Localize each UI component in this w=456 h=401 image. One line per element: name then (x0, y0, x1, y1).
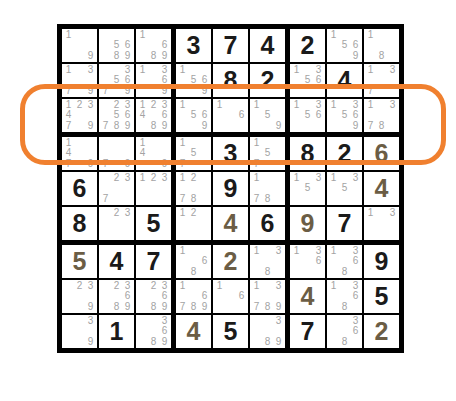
candidate-digit: 1 (177, 246, 188, 256)
candidates: 389 (251, 316, 284, 347)
candidate-digit: 9 (122, 302, 133, 312)
cell-r9c1[interactable]: 39 (62, 315, 99, 348)
cell-r6c2[interactable]: 23 (99, 207, 136, 245)
given-digit: 9 (364, 245, 399, 278)
candidate-digit: 1 (328, 30, 339, 40)
cell-r9c9[interactable]: 2 (364, 315, 399, 348)
candidates: 23689 (137, 281, 170, 312)
candidate-digit: 7 (177, 302, 188, 312)
candidate-digit: 3 (85, 65, 96, 75)
candidate-digit: 9 (199, 302, 210, 312)
candidates: 136 (291, 246, 324, 277)
given-digit: 1 (99, 315, 134, 348)
candidate-digit: 9 (85, 337, 96, 347)
cell-r1c7[interactable]: 2 (290, 29, 327, 64)
cell-r5c1[interactable]: 6 (62, 172, 99, 207)
candidate-digit: 7 (251, 302, 262, 312)
cell-r9c8[interactable]: 368 (327, 315, 364, 348)
given-digit: 7 (290, 315, 325, 348)
cell-r1c5[interactable]: 7 (213, 29, 250, 64)
candidate-digit: 3 (273, 246, 284, 256)
cell-r7c5[interactable]: 2 (213, 245, 250, 280)
candidate-digit: 8 (111, 51, 122, 61)
candidate-digit: 9 (350, 51, 361, 61)
candidate-digit: 8 (188, 267, 199, 277)
candidate-digit: 1 (177, 65, 188, 75)
candidate-digit: 8 (339, 267, 350, 277)
candidates: 178 (251, 173, 284, 204)
cell-r5c9[interactable]: 4 (364, 172, 399, 207)
given-digit: 5 (213, 315, 248, 348)
cell-r7c6[interactable]: 138 (250, 245, 290, 280)
cell-r7c7[interactable]: 136 (290, 245, 327, 280)
candidates: 16 (214, 281, 247, 312)
candidate-digit: 1 (137, 30, 148, 40)
candidates: 1368 (328, 246, 361, 277)
candidate-digit: 8 (262, 267, 273, 277)
candidate-digit: 9 (85, 302, 96, 312)
cell-r9c5[interactable]: 5 (213, 315, 250, 348)
candidate-digit: 8 (188, 302, 199, 312)
cell-r8c1[interactable]: 239 (62, 280, 99, 315)
cell-r1c8[interactable]: 1569 (327, 29, 364, 64)
candidate-digit: 3 (122, 173, 133, 183)
candidate-digit: 1 (251, 246, 262, 256)
highlight-box (20, 84, 446, 165)
given-digit: 5 (136, 207, 171, 240)
candidate-digit: 3 (85, 281, 96, 291)
candidates: 13 (365, 208, 398, 239)
solved-digit: 4 (364, 172, 399, 205)
given-digit: 5 (364, 280, 399, 313)
cell-r7c9[interactable]: 9 (364, 245, 399, 280)
candidate-digit: 6 (199, 256, 210, 266)
candidate-digit: 2 (148, 281, 159, 291)
given-digit: 7 (327, 207, 362, 240)
solved-digit: 2 (213, 245, 248, 278)
cell-r9c3[interactable]: 3689 (136, 315, 176, 348)
candidate-digit: 6 (313, 256, 324, 266)
candidate-digit: 9 (122, 51, 133, 61)
candidate-digit: 3 (387, 208, 398, 218)
candidate-digit: 3 (273, 316, 284, 326)
candidate-digit: 3 (85, 316, 96, 326)
candidate-digit: 3 (313, 173, 324, 183)
candidate-digit: 8 (148, 51, 159, 61)
candidate-digit: 3 (159, 173, 170, 183)
candidates: 5689 (100, 30, 133, 61)
candidate-digit: 7 (251, 194, 262, 204)
candidate-digit: 2 (111, 173, 122, 183)
sudoku-screenshot: 1956891689374215691813793567913691569821… (0, 0, 456, 401)
candidates: 13789 (251, 281, 284, 312)
cell-r7c3[interactable]: 7 (136, 245, 176, 280)
candidate-digit: 8 (262, 194, 273, 204)
candidates: 1278 (177, 173, 210, 204)
candidate-digit: 5 (339, 183, 350, 193)
given-digit: 3 (176, 29, 211, 62)
cell-r5c5[interactable]: 9 (213, 172, 250, 207)
candidate-digit: 2 (188, 208, 199, 218)
candidates: 123 (137, 173, 170, 204)
candidate-digit: 7 (100, 194, 111, 204)
candidates: 368 (328, 316, 361, 347)
candidates: 239 (63, 281, 96, 312)
solved-digit: 2 (364, 315, 399, 348)
cell-r6c9[interactable]: 13 (364, 207, 399, 245)
cell-r6c8[interactable]: 7 (327, 207, 364, 245)
candidates: 135 (328, 173, 361, 204)
candidate-digit: 1 (365, 65, 376, 75)
candidate-digit: 8 (339, 337, 350, 347)
candidate-digit: 8 (148, 302, 159, 312)
cell-r5c7[interactable]: 135 (290, 172, 327, 207)
candidate-digit: 8 (339, 302, 350, 312)
candidate-digit: 1 (291, 246, 302, 256)
cell-r6c1[interactable]: 8 (62, 207, 99, 245)
cell-r8c3[interactable]: 23689 (136, 280, 176, 315)
candidate-digit: 6 (350, 291, 361, 301)
cell-r5c2[interactable]: 237 (99, 172, 136, 207)
given-digit: 6 (250, 207, 285, 240)
candidate-digit: 7 (177, 194, 188, 204)
candidate-digit: 1 (177, 281, 188, 291)
candidate-digit: 5 (339, 40, 350, 50)
candidates: 135 (291, 173, 324, 204)
cell-r6c4[interactable]: 12 (176, 207, 213, 245)
cell-r9c6[interactable]: 389 (250, 315, 290, 348)
candidate-digit: 3 (350, 173, 361, 183)
solved-digit: 4 (176, 315, 211, 348)
candidate-digit: 1 (137, 173, 148, 183)
candidate-digit: 6 (350, 256, 361, 266)
cell-r7c4[interactable]: 168 (176, 245, 213, 280)
candidate-digit: 1 (328, 246, 339, 256)
cell-r1c1[interactable]: 19 (62, 29, 99, 64)
candidate-digit: 3 (122, 208, 133, 218)
candidates: 18 (365, 30, 398, 61)
candidate-digit: 1 (63, 30, 74, 40)
candidate-digit: 1 (214, 281, 225, 291)
candidate-digit: 1 (251, 173, 262, 183)
candidate-digit: 2 (74, 281, 85, 291)
cell-r8c6[interactable]: 13789 (250, 280, 290, 315)
candidate-digit: 5 (302, 183, 313, 193)
cell-r1c3[interactable]: 1689 (136, 29, 176, 64)
cell-r1c2[interactable]: 5689 (99, 29, 136, 64)
cell-r7c1[interactable]: 5 (62, 245, 99, 280)
candidates: 237 (100, 173, 133, 204)
candidates: 1689 (137, 30, 170, 61)
given-digit: 9 (213, 172, 248, 205)
candidate-digit: 9 (159, 302, 170, 312)
candidate-digit: 8 (262, 337, 273, 347)
given-digit: 4 (250, 29, 285, 62)
given-digit: 7 (213, 29, 248, 62)
solved-digit: 5 (62, 245, 97, 278)
candidate-digit: 8 (111, 302, 122, 312)
cell-r8c8[interactable]: 1368 (327, 280, 364, 315)
candidates: 23 (100, 208, 133, 239)
candidate-digit: 3 (273, 281, 284, 291)
candidate-digit: 1 (63, 65, 74, 75)
candidate-digit: 1 (365, 208, 376, 218)
sudoku-board: 1956891689374215691813793567913691569821… (57, 24, 404, 353)
candidate-digit: 1 (328, 281, 339, 291)
candidates: 16789 (177, 281, 210, 312)
cell-r9c4[interactable]: 4 (176, 315, 213, 348)
candidate-digit: 2 (188, 173, 199, 183)
candidate-digit: 8 (262, 302, 273, 312)
cell-r8c4[interactable]: 16789 (176, 280, 213, 315)
solved-digit: 9 (290, 207, 325, 240)
candidate-digit: 1 (291, 65, 302, 75)
candidates: 1569 (328, 30, 361, 61)
candidate-digit: 9 (273, 337, 284, 347)
candidate-digit: 9 (273, 302, 284, 312)
cell-r6c6[interactable]: 6 (250, 207, 290, 245)
given-digit: 4 (99, 245, 134, 278)
cell-r8c2[interactable]: 23689 (99, 280, 136, 315)
candidate-digit: 2 (111, 281, 122, 291)
candidate-digit: 8 (148, 337, 159, 347)
candidate-digit: 3 (387, 65, 398, 75)
candidate-digit: 1 (177, 208, 188, 218)
solved-digit: 4 (290, 280, 325, 313)
candidates: 19 (63, 30, 96, 61)
cell-r1c9[interactable]: 18 (364, 29, 399, 64)
cell-r7c2[interactable]: 4 (99, 245, 136, 280)
candidate-digit: 6 (236, 291, 247, 301)
candidate-digit: 1 (328, 173, 339, 183)
candidate-digit: 1 (177, 173, 188, 183)
cell-r8c9[interactable]: 5 (364, 280, 399, 315)
candidate-digit: 6 (350, 326, 361, 336)
given-digit: 7 (136, 245, 171, 278)
candidates: 12 (177, 208, 210, 239)
candidate-digit: 9 (85, 51, 96, 61)
candidate-digit: 8 (376, 51, 387, 61)
cell-r8c7[interactable]: 4 (290, 280, 327, 315)
given-digit: 2 (290, 29, 325, 62)
candidate-digit: 1 (137, 65, 148, 75)
given-digit: 8 (62, 207, 97, 240)
cell-r6c3[interactable]: 5 (136, 207, 176, 245)
candidate-digit: 9 (159, 337, 170, 347)
candidates: 168 (177, 246, 210, 277)
cell-r5c4[interactable]: 1278 (176, 172, 213, 207)
candidates: 138 (251, 246, 284, 277)
candidate-digit: 2 (111, 208, 122, 218)
candidate-digit: 1 (251, 281, 262, 291)
cell-r8c5[interactable]: 16 (213, 280, 250, 315)
cell-r6c5[interactable]: 4 (213, 207, 250, 245)
candidate-digit: 8 (188, 194, 199, 204)
cell-r5c8[interactable]: 135 (327, 172, 364, 207)
cell-r9c7[interactable]: 7 (290, 315, 327, 348)
candidates: 3689 (137, 316, 170, 347)
candidate-digit: 2 (148, 173, 159, 183)
solved-digit: 4 (213, 207, 248, 240)
candidates: 39 (63, 316, 96, 347)
cell-r9c2[interactable]: 1 (99, 315, 136, 348)
candidates: 1368 (328, 281, 361, 312)
cell-r6c7[interactable]: 9 (290, 207, 327, 245)
cell-r5c6[interactable]: 178 (250, 172, 290, 207)
candidates: 23689 (100, 281, 133, 312)
cell-r5c3[interactable]: 123 (136, 172, 176, 207)
cell-r1c6[interactable]: 4 (250, 29, 290, 64)
candidate-digit: 1 (365, 30, 376, 40)
cell-r1c4[interactable]: 3 (176, 29, 213, 64)
given-digit: 6 (62, 172, 97, 205)
candidate-digit: 1 (291, 173, 302, 183)
candidate-digit: 9 (159, 51, 170, 61)
cell-r7c8[interactable]: 1368 (327, 245, 364, 280)
